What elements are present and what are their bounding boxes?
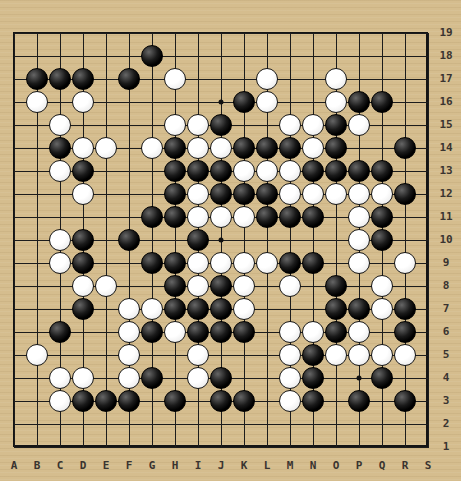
stone-white (302, 137, 324, 159)
board-grid[interactable]: ABCDEFGHIJKLMNOPQRS191817161514131211109… (0, 0, 461, 481)
row-label: 5 (433, 348, 459, 362)
hoshi-point (219, 238, 224, 243)
hoshi-point (219, 100, 224, 105)
stone-white (49, 229, 71, 251)
column-label: A (11, 459, 18, 473)
stone-black (164, 160, 186, 182)
stone-black (394, 298, 416, 320)
stone-black (164, 252, 186, 274)
stone-white (279, 321, 301, 343)
stone-white (371, 183, 393, 205)
stone-black (279, 206, 301, 228)
stone-black (72, 252, 94, 274)
row-label: 1 (433, 440, 459, 454)
stone-white (187, 183, 209, 205)
row-label: 8 (433, 279, 459, 293)
stone-black (302, 390, 324, 412)
stone-black (325, 114, 347, 136)
grid-line-horizontal (14, 447, 429, 448)
stone-black (118, 68, 140, 90)
stone-black (233, 137, 255, 159)
stone-black (302, 367, 324, 389)
column-label: Q (379, 459, 386, 473)
row-label: 17 (433, 72, 459, 86)
stone-black (141, 45, 163, 67)
stone-black (210, 275, 232, 297)
stone-black (210, 160, 232, 182)
stone-white (72, 137, 94, 159)
stone-white (279, 160, 301, 182)
stone-black (325, 137, 347, 159)
column-label: H (172, 459, 179, 473)
column-label: N (310, 459, 317, 473)
stone-black (302, 252, 324, 274)
stone-white (49, 160, 71, 182)
stone-white (118, 367, 140, 389)
stone-black (210, 321, 232, 343)
stone-black (256, 183, 278, 205)
stone-white (233, 298, 255, 320)
stone-black (233, 183, 255, 205)
stone-white (210, 137, 232, 159)
stone-white (233, 252, 255, 274)
stone-white (210, 206, 232, 228)
stone-white (210, 252, 232, 274)
row-label: 19 (433, 26, 459, 40)
stone-white (141, 298, 163, 320)
stone-white (348, 206, 370, 228)
stone-white (348, 321, 370, 343)
stone-white (95, 137, 117, 159)
stone-black (325, 321, 347, 343)
stone-white (394, 344, 416, 366)
stone-white (187, 367, 209, 389)
stone-white (72, 275, 94, 297)
stone-white (279, 390, 301, 412)
stone-black (394, 183, 416, 205)
column-label: D (80, 459, 87, 473)
stone-white (187, 137, 209, 159)
grid-line-vertical (428, 33, 429, 448)
stone-white (279, 344, 301, 366)
stone-black (187, 298, 209, 320)
stone-white (325, 68, 347, 90)
stone-black (371, 206, 393, 228)
stone-black (49, 137, 71, 159)
stone-black (325, 275, 347, 297)
stone-white (49, 252, 71, 274)
stone-black (187, 160, 209, 182)
stone-black (279, 252, 301, 274)
stone-black (279, 137, 301, 159)
stone-black (302, 206, 324, 228)
stone-black (118, 390, 140, 412)
stone-white (371, 275, 393, 297)
stone-white (279, 183, 301, 205)
stone-white (256, 160, 278, 182)
stone-white (348, 252, 370, 274)
stone-white (371, 298, 393, 320)
stone-black (325, 298, 347, 320)
stone-black (72, 390, 94, 412)
stone-black (72, 298, 94, 320)
row-label: 13 (433, 164, 459, 178)
row-label: 3 (433, 394, 459, 408)
stone-white (118, 321, 140, 343)
stone-black (187, 321, 209, 343)
stone-black (26, 68, 48, 90)
grid-line-vertical (405, 33, 406, 448)
column-label: F (126, 459, 133, 473)
stone-white (233, 160, 255, 182)
stone-black (49, 321, 71, 343)
stone-black (187, 229, 209, 251)
row-label: 10 (433, 233, 459, 247)
stone-white (26, 91, 48, 113)
stone-white (49, 114, 71, 136)
stone-black (141, 321, 163, 343)
stone-black (371, 160, 393, 182)
stone-black (210, 183, 232, 205)
stone-black (164, 137, 186, 159)
row-label: 18 (433, 49, 459, 63)
stone-white (164, 114, 186, 136)
stone-black (371, 229, 393, 251)
stone-black (348, 160, 370, 182)
stone-black (164, 390, 186, 412)
stone-black (348, 91, 370, 113)
stone-black (164, 206, 186, 228)
stone-white (187, 252, 209, 274)
row-label: 14 (433, 141, 459, 155)
column-label: M (287, 459, 294, 473)
stone-white (348, 114, 370, 136)
stone-black (325, 160, 347, 182)
stone-white (279, 275, 301, 297)
stone-white (279, 367, 301, 389)
stone-white (233, 275, 255, 297)
stone-white (26, 344, 48, 366)
stone-white (279, 114, 301, 136)
stone-black (302, 344, 324, 366)
stone-white (256, 252, 278, 274)
stone-white (325, 91, 347, 113)
stone-black (348, 298, 370, 320)
hoshi-point (357, 376, 362, 381)
row-label: 11 (433, 210, 459, 224)
stone-black (141, 367, 163, 389)
stone-black (72, 68, 94, 90)
stone-black (210, 390, 232, 412)
row-label: 16 (433, 95, 459, 109)
stone-white (187, 114, 209, 136)
stone-black (348, 390, 370, 412)
stone-black (210, 367, 232, 389)
stone-white (49, 390, 71, 412)
stone-white (256, 68, 278, 90)
row-label: 15 (433, 118, 459, 132)
column-label: L (264, 459, 271, 473)
column-label: E (103, 459, 110, 473)
stone-white (118, 298, 140, 320)
stone-white (72, 183, 94, 205)
stone-black (256, 206, 278, 228)
stone-white (164, 68, 186, 90)
grid-line-horizontal (14, 424, 429, 425)
stone-black (72, 160, 94, 182)
stone-black (233, 390, 255, 412)
stone-black (141, 252, 163, 274)
stone-white (233, 206, 255, 228)
column-label: K (241, 459, 248, 473)
stone-black (49, 68, 71, 90)
stone-white (118, 344, 140, 366)
column-label: J (218, 459, 225, 473)
stone-black (256, 137, 278, 159)
column-label: B (34, 459, 41, 473)
row-label: 12 (433, 187, 459, 201)
stone-black (164, 298, 186, 320)
stone-black (394, 137, 416, 159)
stone-black (210, 114, 232, 136)
stone-white (348, 183, 370, 205)
stone-black (72, 229, 94, 251)
row-label: 4 (433, 371, 459, 385)
stone-black (141, 206, 163, 228)
row-label: 7 (433, 302, 459, 316)
row-label: 2 (433, 417, 459, 431)
stone-white (187, 206, 209, 228)
stone-black (394, 390, 416, 412)
stone-white (325, 183, 347, 205)
stone-white (256, 91, 278, 113)
stone-black (233, 321, 255, 343)
stone-black (302, 160, 324, 182)
stone-white (348, 344, 370, 366)
stone-white (187, 275, 209, 297)
stone-black (371, 91, 393, 113)
stone-white (348, 229, 370, 251)
stone-black (164, 183, 186, 205)
stone-black (210, 298, 232, 320)
stone-white (95, 275, 117, 297)
stone-white (325, 344, 347, 366)
stone-black (371, 367, 393, 389)
stone-black (95, 390, 117, 412)
stone-white (394, 252, 416, 274)
stone-white (72, 367, 94, 389)
stone-black (164, 275, 186, 297)
stone-white (302, 114, 324, 136)
stone-white (72, 91, 94, 113)
stone-white (141, 137, 163, 159)
stone-white (371, 344, 393, 366)
stone-white (49, 367, 71, 389)
stone-black (394, 321, 416, 343)
stone-black (118, 229, 140, 251)
column-label: I (195, 459, 202, 473)
column-label: S (425, 459, 432, 473)
row-label: 6 (433, 325, 459, 339)
stone-white (187, 344, 209, 366)
column-label: C (57, 459, 64, 473)
column-label: P (356, 459, 363, 473)
stone-white (302, 321, 324, 343)
column-label: O (333, 459, 340, 473)
stone-black (233, 91, 255, 113)
column-label: G (149, 459, 156, 473)
go-board-screenshot: ABCDEFGHIJKLMNOPQRS191817161514131211109… (0, 0, 461, 481)
column-label: R (402, 459, 409, 473)
stone-white (302, 183, 324, 205)
row-label: 9 (433, 256, 459, 270)
stone-white (164, 321, 186, 343)
